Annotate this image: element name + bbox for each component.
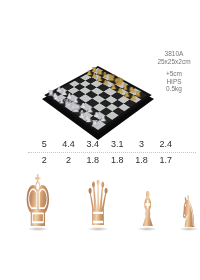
knight-piece-icon: ♞ [180,195,198,229]
board-square: ♜ [135,92,147,100]
piece-lineup: ♚♛♝♞♜♟ [6,167,194,231]
product-specs: 3810A 25x25x2cm +5cm HIPS 0.5kg [148,50,200,93]
weight: 0.5kg [148,85,200,93]
chess-piece-pawn-gold: ♟ [129,95,136,101]
height-value: 4.4 [56,139,80,149]
height-value: 3.1 [105,139,129,149]
product-photo: ♜♞♝♛♚♝♞♜♟♟♟♟♟♟♟♟♟♟♟♟♟♟♟♟♜♞♝♛♚♝♞♜ 3810A 2… [0,0,200,280]
base-value: 1.8 [129,155,153,165]
model-number: 3810A [148,50,200,58]
lineup-piece-queen: ♛ [70,180,126,231]
lineup-piece-knight: ♞ [169,195,200,231]
height-value: 3 [129,139,153,149]
king-height: +5cm [148,70,200,78]
lineup-piece-bishop: ♝ [126,191,169,231]
base-value: 1.7 [154,155,178,165]
king-piece-icon: ♚ [24,174,53,229]
chess-piece-rook-silver: ♜ [90,120,99,128]
material: HIPS [148,78,200,86]
chess-board: ♜♞♝♛♚♝♞♜♟♟♟♟♟♟♟♟♟♟♟♟♟♟♟♟♜♞♝♛♚♝♞♜ [44,66,151,134]
base-value: 2 [56,155,80,165]
height-value: 2.4 [154,139,178,149]
base-value: 1.8 [105,155,129,165]
bishop-piece-icon: ♝ [138,191,157,229]
queen-piece-icon: ♛ [85,180,110,229]
chess-piece-pawn-silver: ♟ [99,116,107,123]
board-size: 25x25x2cm [148,58,200,66]
base-value: 1.8 [81,155,105,165]
height-value: 5 [32,139,56,149]
chart-divider [28,152,196,153]
base-row: 2 2 1.8 1.8 1.8 1.7 [32,155,178,165]
height-value: 3.4 [81,139,105,149]
chess-piece-pawn-gold: ♟ [110,84,117,90]
lineup-piece-king: ♚ [6,174,70,231]
chess-board-3d: ♜♞♝♛♚♝♞♜♟♟♟♟♟♟♟♟♟♟♟♟♟♟♟♟♜♞♝♛♚♝♞♜ [60,57,136,133]
chess-piece-pawn-gold: ♟ [103,80,109,86]
height-row: 5 4.4 3.4 3.1 3 2.4 [32,139,178,149]
